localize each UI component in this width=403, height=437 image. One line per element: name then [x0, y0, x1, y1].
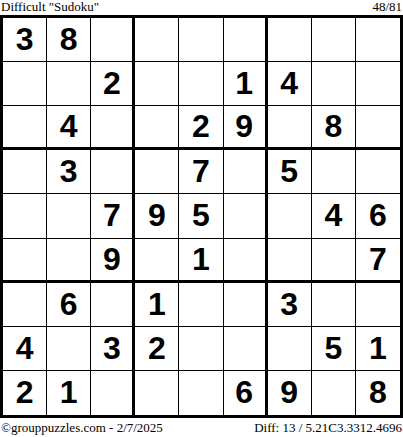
- cell-r3c2: 4: [47, 106, 91, 150]
- cell-r6c6[interactable]: [224, 239, 268, 283]
- cell-r4c8[interactable]: [312, 150, 356, 194]
- cell-r7c8[interactable]: [312, 283, 356, 327]
- cell-r5c2[interactable]: [47, 194, 91, 238]
- cell-r8c5[interactable]: [179, 327, 223, 371]
- cell-r3c8: 8: [312, 106, 356, 150]
- cell-r8c3: 3: [91, 327, 135, 371]
- cell-r7c2: 6: [47, 283, 91, 327]
- cell-r9c5[interactable]: [179, 371, 223, 415]
- cell-r3c1[interactable]: [3, 106, 47, 150]
- cell-r7c5[interactable]: [179, 283, 223, 327]
- cell-r1c5[interactable]: [179, 18, 223, 62]
- cell-r7c4: 1: [135, 283, 179, 327]
- cell-r4c5: 7: [179, 150, 223, 194]
- cell-r5c9: 6: [356, 194, 400, 238]
- cell-r6c4[interactable]: [135, 239, 179, 283]
- page-title: Difficult "Sudoku": [1, 0, 99, 14]
- cell-r8c7[interactable]: [268, 327, 312, 371]
- cell-r8c1: 4: [3, 327, 47, 371]
- cell-r8c2[interactable]: [47, 327, 91, 371]
- cell-r6c8[interactable]: [312, 239, 356, 283]
- cell-r4c6[interactable]: [224, 150, 268, 194]
- cell-r1c2: 8: [47, 18, 91, 62]
- cell-r3c7[interactable]: [268, 106, 312, 150]
- sudoku-page: Difficult "Sudoku" 48/81 382144298375795…: [0, 0, 403, 437]
- cell-r9c8[interactable]: [312, 371, 356, 415]
- cell-r2c3: 2: [91, 62, 135, 106]
- cell-r3c4[interactable]: [135, 106, 179, 150]
- cell-r7c9[interactable]: [356, 283, 400, 327]
- cell-r1c4[interactable]: [135, 18, 179, 62]
- cell-r4c2: 3: [47, 150, 91, 194]
- cell-r9c1: 2: [3, 371, 47, 415]
- cell-r9c2: 1: [47, 371, 91, 415]
- cell-r5c1[interactable]: [3, 194, 47, 238]
- cell-r2c1[interactable]: [3, 62, 47, 106]
- cell-r8c8: 5: [312, 327, 356, 371]
- cell-r4c1[interactable]: [3, 150, 47, 194]
- cell-r8c9: 1: [356, 327, 400, 371]
- cell-r3c3[interactable]: [91, 106, 135, 150]
- cell-r9c9: 8: [356, 371, 400, 415]
- cell-r3c6: 9: [224, 106, 268, 150]
- cell-r4c9[interactable]: [356, 150, 400, 194]
- cell-r5c6[interactable]: [224, 194, 268, 238]
- cell-r1c3[interactable]: [91, 18, 135, 62]
- copyright-text: ©grouppuzzles.com - 2/7/2025: [1, 420, 163, 436]
- cell-r6c7[interactable]: [268, 239, 312, 283]
- cell-r1c8[interactable]: [312, 18, 356, 62]
- cell-r9c3[interactable]: [91, 371, 135, 415]
- cell-r6c9: 7: [356, 239, 400, 283]
- cell-r7c1[interactable]: [3, 283, 47, 327]
- cell-r2c7: 4: [268, 62, 312, 106]
- cell-r4c3[interactable]: [91, 150, 135, 194]
- cell-r5c7[interactable]: [268, 194, 312, 238]
- header: Difficult "Sudoku" 48/81: [0, 0, 403, 15]
- cell-r1c9[interactable]: [356, 18, 400, 62]
- remaining-counter: 48/81: [372, 0, 402, 14]
- cell-r9c6: 6: [224, 371, 268, 415]
- cell-r8c4: 2: [135, 327, 179, 371]
- cell-r2c6: 1: [224, 62, 268, 106]
- cell-r8c6[interactable]: [224, 327, 268, 371]
- cell-r1c1: 3: [3, 18, 47, 62]
- cell-r9c7: 9: [268, 371, 312, 415]
- cell-r2c9[interactable]: [356, 62, 400, 106]
- cell-r3c9[interactable]: [356, 106, 400, 150]
- sudoku-board: 382144298375795469176134325121698: [0, 15, 403, 418]
- cell-r5c4: 9: [135, 194, 179, 238]
- cell-r3c5: 2: [179, 106, 223, 150]
- cell-r1c6[interactable]: [224, 18, 268, 62]
- cell-r5c3: 7: [91, 194, 135, 238]
- cell-r2c4[interactable]: [135, 62, 179, 106]
- cell-r9c4[interactable]: [135, 371, 179, 415]
- cell-r2c5[interactable]: [179, 62, 223, 106]
- cell-r2c2[interactable]: [47, 62, 91, 106]
- cell-r6c1[interactable]: [3, 239, 47, 283]
- cell-r2c8[interactable]: [312, 62, 356, 106]
- cell-r7c6[interactable]: [224, 283, 268, 327]
- cell-r6c5: 1: [179, 239, 223, 283]
- cell-r7c3[interactable]: [91, 283, 135, 327]
- cell-r5c8: 4: [312, 194, 356, 238]
- cell-r4c7: 5: [268, 150, 312, 194]
- cell-r1c7[interactable]: [268, 18, 312, 62]
- cell-r5c5: 5: [179, 194, 223, 238]
- cell-r6c3: 9: [91, 239, 135, 283]
- cell-r6c2[interactable]: [47, 239, 91, 283]
- footer: ©grouppuzzles.com - 2/7/2025 Diff: 13 / …: [0, 418, 403, 437]
- cell-r4c4[interactable]: [135, 150, 179, 194]
- cell-r7c7: 3: [268, 283, 312, 327]
- difficulty-text: Diff: 13 / 5.21C3.3312.4696: [254, 420, 402, 436]
